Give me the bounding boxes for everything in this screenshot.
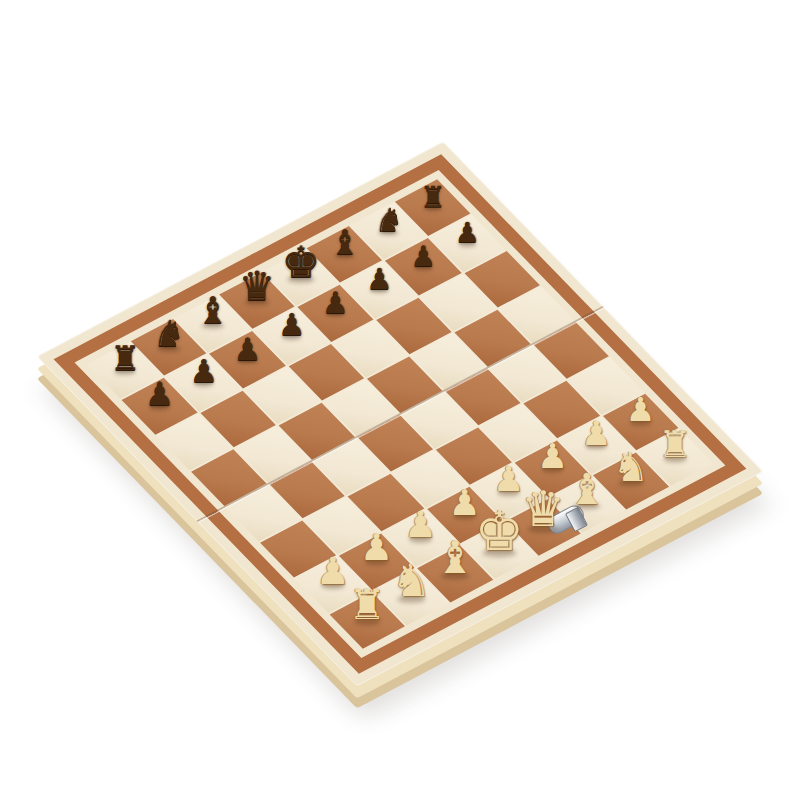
chess-set-product-photo: ♜♞♝♛♚♝♞♜♟♟♟♟♟♟♟♟♟♟♟♟♟♟♟♟♜♞♝♚♛♝♞♜ bbox=[0, 0, 800, 800]
chess-board bbox=[37, 142, 763, 687]
